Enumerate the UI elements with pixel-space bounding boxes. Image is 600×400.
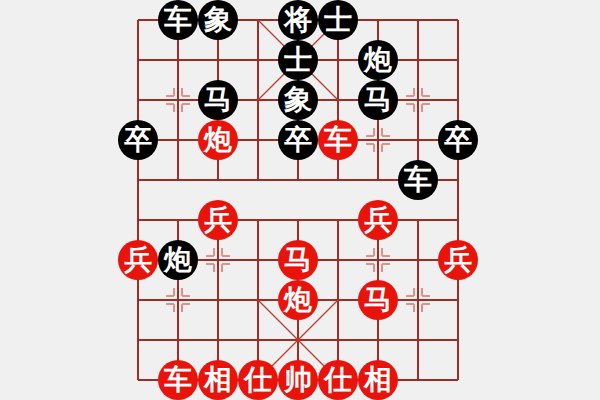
- piece-red-advisor[interactable]: 仕: [238, 360, 278, 400]
- piece-black-general[interactable]: 将: [278, 0, 318, 40]
- piece-red-chariot[interactable]: 车: [158, 360, 198, 400]
- piece-black-chariot[interactable]: 车: [158, 0, 198, 40]
- piece-red-elephant[interactable]: 相: [198, 360, 238, 400]
- piece-red-pawn[interactable]: 兵: [358, 200, 398, 240]
- piece-black-horse[interactable]: 马: [198, 80, 238, 120]
- piece-black-advisor[interactable]: 士: [318, 0, 358, 40]
- piece-black-elephant[interactable]: 象: [278, 80, 318, 120]
- pieces-layer: 车象将士士炮马象马卒卒卒车炮炮车兵兵兵马兵炮马车相仕帅仕相: [0, 0, 600, 400]
- piece-black-pawn[interactable]: 卒: [278, 120, 318, 160]
- piece-black-chariot[interactable]: 车: [398, 160, 438, 200]
- piece-red-advisor[interactable]: 仕: [318, 360, 358, 400]
- xiangqi-app: 车象将士士炮马象马卒卒卒车炮炮车兵兵兵马兵炮马车相仕帅仕相: [0, 0, 600, 400]
- piece-red-general[interactable]: 帅: [278, 360, 318, 400]
- piece-red-cannon[interactable]: 炮: [278, 280, 318, 320]
- piece-red-pawn[interactable]: 兵: [118, 240, 158, 280]
- piece-black-advisor[interactable]: 士: [278, 40, 318, 80]
- piece-black-cannon[interactable]: 炮: [158, 240, 198, 280]
- piece-red-cannon[interactable]: 炮: [198, 120, 238, 160]
- piece-red-horse[interactable]: 马: [278, 240, 318, 280]
- piece-red-pawn[interactable]: 兵: [438, 240, 478, 280]
- piece-black-elephant[interactable]: 象: [198, 0, 238, 40]
- piece-black-cannon[interactable]: 炮: [358, 40, 398, 80]
- piece-red-pawn[interactable]: 兵: [198, 200, 238, 240]
- piece-black-horse[interactable]: 马: [358, 80, 398, 120]
- piece-red-horse[interactable]: 马: [358, 280, 398, 320]
- piece-black-pawn[interactable]: 卒: [438, 120, 478, 160]
- piece-red-elephant[interactable]: 相: [358, 360, 398, 400]
- piece-red-chariot[interactable]: 车: [318, 120, 358, 160]
- piece-black-pawn[interactable]: 卒: [118, 120, 158, 160]
